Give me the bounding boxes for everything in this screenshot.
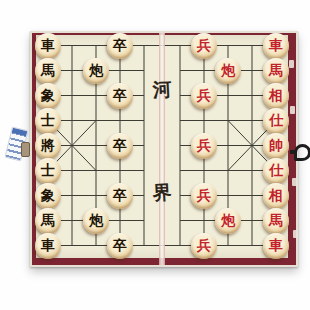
piece-black-advisor[interactable]: 士	[35, 158, 61, 184]
piece-red-cannon[interactable]: 炮	[215, 58, 241, 84]
piece-black-soldier[interactable]: 卒	[107, 183, 133, 209]
piece-red-horse[interactable]: 馬	[263, 58, 289, 84]
edge-sticker	[292, 178, 297, 186]
piece-red-soldier[interactable]: 兵	[191, 33, 217, 59]
piece-black-horse[interactable]: 馬	[35, 208, 61, 234]
piece-black-chariot[interactable]: 車	[35, 233, 61, 259]
right-latch-stem	[290, 150, 297, 154]
piece-black-horse[interactable]: 馬	[35, 58, 61, 84]
piece-red-soldier[interactable]: 兵	[191, 233, 217, 259]
piece-red-chariot[interactable]: 車	[263, 233, 289, 259]
piece-black-soldier[interactable]: 卒	[107, 33, 133, 59]
piece-red-general[interactable]: 帥	[263, 133, 289, 159]
piece-black-general[interactable]: 將	[35, 133, 61, 159]
piece-black-cannon[interactable]: 炮	[83, 208, 109, 234]
piece-black-elephant[interactable]: 象	[35, 83, 61, 109]
piece-black-elephant[interactable]: 象	[35, 183, 61, 209]
piece-red-advisor[interactable]: 仕	[263, 158, 289, 184]
piece-red-soldier[interactable]: 兵	[191, 83, 217, 109]
piece-black-soldier[interactable]: 卒	[107, 83, 133, 109]
piece-red-elephant[interactable]: 相	[263, 83, 289, 109]
piece-black-advisor[interactable]: 士	[35, 108, 61, 134]
piece-black-cannon[interactable]: 炮	[83, 58, 109, 84]
piece-red-soldier[interactable]: 兵	[191, 183, 217, 209]
edge-sticker	[293, 230, 298, 238]
piece-black-soldier[interactable]: 卒	[107, 133, 133, 159]
piece-red-horse[interactable]: 馬	[263, 208, 289, 234]
piece-black-chariot[interactable]: 車	[35, 33, 61, 59]
xiangqi-board: 河 界 車馬象士將士象馬車炮炮卒卒卒卒卒兵兵兵兵兵炮炮車馬相仕帥仕相馬車	[30, 31, 298, 267]
piece-red-advisor[interactable]: 仕	[263, 108, 289, 134]
edge-sticker	[290, 106, 295, 114]
piece-black-soldier[interactable]: 卒	[107, 233, 133, 259]
photo-background: 河 界 車馬象士將士象馬車炮炮卒卒卒卒卒兵兵兵兵兵炮炮車馬相仕帥仕相馬車	[0, 0, 310, 310]
piece-grid: 車馬象士將士象馬車炮炮卒卒卒卒卒兵兵兵兵兵炮炮車馬相仕帥仕相馬車	[32, 33, 296, 265]
piece-red-chariot[interactable]: 車	[263, 33, 289, 59]
left-hinge-clasp	[21, 142, 30, 157]
piece-red-cannon[interactable]: 炮	[215, 208, 241, 234]
piece-red-soldier[interactable]: 兵	[191, 133, 217, 159]
piece-red-elephant[interactable]: 相	[263, 183, 289, 209]
edge-sticker	[289, 60, 294, 68]
